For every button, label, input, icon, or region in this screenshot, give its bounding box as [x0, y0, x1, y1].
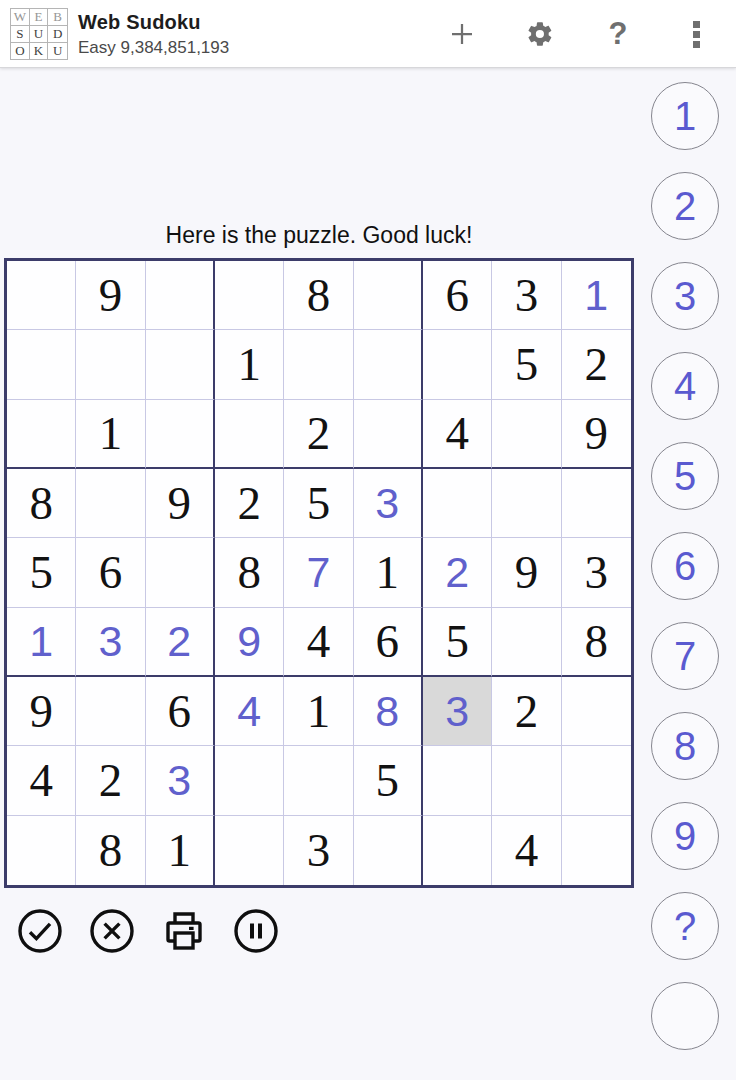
cell-r8c8[interactable] [492, 746, 561, 815]
cell-r8c3[interactable]: 3 [146, 746, 215, 815]
cell-r6c1[interactable]: 1 [7, 608, 76, 677]
cell-r7c5[interactable]: 1 [284, 677, 353, 746]
cell-r4c9[interactable] [562, 469, 631, 538]
logo-letter: D [48, 26, 67, 43]
cell-r1c4[interactable] [215, 261, 284, 330]
cell-r3c6[interactable] [354, 400, 423, 469]
cell-r4c5[interactable]: 5 [284, 469, 353, 538]
cell-r4c1[interactable]: 8 [7, 469, 76, 538]
overflow-icon [693, 21, 700, 48]
cell-r9c3[interactable]: 1 [146, 816, 215, 885]
cell-r6c9[interactable]: 8 [562, 608, 631, 677]
cell-r7c6[interactable]: 8 [354, 677, 423, 746]
cell-r2c8[interactable]: 5 [492, 330, 561, 399]
cell-r1c1[interactable] [7, 261, 76, 330]
cell-r2c2[interactable] [76, 330, 145, 399]
cell-r1c5[interactable]: 8 [284, 261, 353, 330]
cell-r5c1[interactable]: 5 [7, 538, 76, 607]
check-button[interactable] [16, 907, 64, 955]
numpad-1-button[interactable]: 1 [651, 82, 719, 150]
cell-r2c3[interactable] [146, 330, 215, 399]
logo-letter: E [30, 9, 49, 26]
title-block: Web Sudoku Easy 9,384,851,193 [78, 11, 229, 58]
puzzle-level-number: Easy 9,384,851,193 [78, 38, 229, 58]
logo-letter: U [48, 43, 67, 59]
numpad-6-button[interactable]: 6 [651, 532, 719, 600]
print-button[interactable] [160, 907, 208, 955]
cell-r4c2[interactable] [76, 469, 145, 538]
cell-r9c9[interactable] [562, 816, 631, 885]
cell-r2c6[interactable] [354, 330, 423, 399]
help-button[interactable]: ? [596, 0, 640, 68]
cell-r9c2[interactable]: 8 [76, 816, 145, 885]
logo-letter: K [30, 43, 49, 59]
cell-r1c9[interactable]: 1 [562, 261, 631, 330]
cell-r8c9[interactable] [562, 746, 631, 815]
pause-circle-icon [232, 907, 280, 955]
cell-r4c7[interactable] [423, 469, 492, 538]
logo-letter: W [11, 9, 30, 26]
cell-r9c8[interactable]: 4 [492, 816, 561, 885]
cell-r3c7[interactable]: 4 [423, 400, 492, 469]
app-logo: WEBSUDOKU [10, 8, 68, 60]
app-bar: WEBSUDOKU Web Sudoku Easy 9,384,851,193 … [0, 0, 736, 68]
cell-r8c2[interactable]: 2 [76, 746, 145, 815]
new-puzzle-button[interactable] [440, 0, 484, 68]
cell-r9c6[interactable] [354, 816, 423, 885]
question-mark-icon: ? [609, 16, 628, 52]
cell-r9c7[interactable] [423, 816, 492, 885]
cell-r2c9[interactable]: 2 [562, 330, 631, 399]
cell-r1c8[interactable]: 3 [492, 261, 561, 330]
logo-letter: S [11, 26, 30, 43]
cell-r2c4[interactable]: 1 [215, 330, 284, 399]
cell-r9c4[interactable] [215, 816, 284, 885]
cell-r6c5[interactable]: 4 [284, 608, 353, 677]
logo-letter: O [11, 43, 30, 59]
pause-button[interactable] [232, 907, 280, 955]
cell-r3c9[interactable]: 9 [562, 400, 631, 469]
cell-r7c2[interactable] [76, 677, 145, 746]
gear-icon [526, 20, 554, 48]
cell-r4c3[interactable]: 9 [146, 469, 215, 538]
cell-r7c9[interactable] [562, 677, 631, 746]
logo-letter: B [48, 9, 67, 26]
numpad-erase-button[interactable] [651, 982, 719, 1050]
printer-icon [160, 907, 208, 955]
cell-r5c3[interactable] [146, 538, 215, 607]
cell-r6c3[interactable]: 2 [146, 608, 215, 677]
cell-r5c8[interactable]: 9 [492, 538, 561, 607]
numpad-2-button[interactable]: 2 [651, 172, 719, 240]
cell-r8c1[interactable]: 4 [7, 746, 76, 815]
cell-r7c1[interactable]: 9 [7, 677, 76, 746]
cell-r3c2[interactable]: 1 [76, 400, 145, 469]
cell-r5c4[interactable]: 8 [215, 538, 284, 607]
settings-button[interactable] [518, 0, 562, 68]
cell-r3c3[interactable] [146, 400, 215, 469]
cell-r5c5[interactable]: 7 [284, 538, 353, 607]
plus-icon [447, 19, 477, 49]
cell-r5c2[interactable]: 6 [76, 538, 145, 607]
cell-r2c1[interactable] [7, 330, 76, 399]
cell-r7c7[interactable]: 3 [423, 677, 492, 746]
cell-r3c4[interactable] [215, 400, 284, 469]
cell-r4c4[interactable]: 2 [215, 469, 284, 538]
x-circle-icon [88, 907, 136, 955]
numpad-7-button[interactable]: 7 [651, 622, 719, 690]
cell-r8c6[interactable]: 5 [354, 746, 423, 815]
cell-r6c2[interactable]: 3 [76, 608, 145, 677]
cell-r2c7[interactable] [423, 330, 492, 399]
numpad-9-button[interactable]: 9 [651, 802, 719, 870]
cell-r3c8[interactable] [492, 400, 561, 469]
cell-r8c5[interactable] [284, 746, 353, 815]
cell-r6c8[interactable] [492, 608, 561, 677]
cell-r6c4[interactable]: 9 [215, 608, 284, 677]
cell-r9c1[interactable] [7, 816, 76, 885]
overflow-menu-button[interactable] [674, 0, 718, 68]
cell-r5c7[interactable]: 2 [423, 538, 492, 607]
cell-r3c5[interactable]: 2 [284, 400, 353, 469]
check-circle-icon [16, 907, 64, 955]
cell-r4c8[interactable] [492, 469, 561, 538]
cell-r8c4[interactable] [215, 746, 284, 815]
cell-r7c3[interactable]: 6 [146, 677, 215, 746]
app-title: Web Sudoku [78, 11, 229, 34]
cell-r4c6[interactable]: 3 [354, 469, 423, 538]
cell-r1c2[interactable]: 9 [76, 261, 145, 330]
cell-r8c7[interactable] [423, 746, 492, 815]
numpad-3-button[interactable]: 3 [651, 262, 719, 330]
cell-r5c9[interactable]: 3 [562, 538, 631, 607]
numpad-hint-button[interactable]: ? [651, 892, 719, 960]
cell-r1c7[interactable]: 6 [423, 261, 492, 330]
cell-r7c4[interactable]: 4 [215, 677, 284, 746]
cell-r6c7[interactable]: 5 [423, 608, 492, 677]
cell-r6c6[interactable]: 6 [354, 608, 423, 677]
cell-r1c3[interactable] [146, 261, 215, 330]
cell-r2c5[interactable] [284, 330, 353, 399]
logo-letter: U [30, 26, 49, 43]
sudoku-board: 9863115212498925356871293132946589641832… [4, 258, 634, 888]
numpad-8-button[interactable]: 8 [651, 712, 719, 780]
cell-r7c8[interactable]: 2 [492, 677, 561, 746]
cell-r3c1[interactable] [7, 400, 76, 469]
numpad-5-button[interactable]: 5 [651, 442, 719, 510]
cell-r5c6[interactable]: 1 [354, 538, 423, 607]
numpad-4-button[interactable]: 4 [651, 352, 719, 420]
clear-button[interactable] [88, 907, 136, 955]
status-message: Here is the puzzle. Good luck! [4, 222, 634, 249]
cell-r1c6[interactable] [354, 261, 423, 330]
cell-r9c5[interactable]: 3 [284, 816, 353, 885]
